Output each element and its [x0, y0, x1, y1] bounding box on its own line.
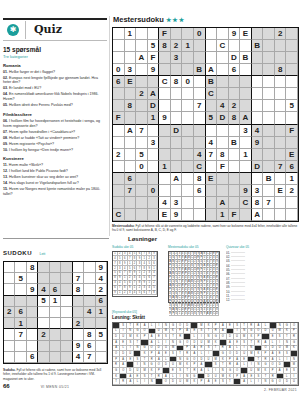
mester-cell-r6c14 [263, 88, 275, 100]
star-icon: ✱ [7, 24, 19, 36]
sudoku-cell-r6c7: 2 [73, 318, 84, 329]
mester-cell-r3c2 [125, 52, 137, 64]
sudoku-cell-r6c9 [96, 318, 107, 329]
quiz-question: 14. Hva slags kunst er Vigelandsparken f… [3, 181, 107, 186]
mester-cell-r8c13 [252, 112, 264, 124]
sudoku-cell-r9c6 [61, 352, 72, 363]
mester-cell-r1c2: 1 [125, 28, 137, 40]
mester-cell-r16c4 [148, 209, 160, 221]
sudoku-cell-r4c7 [73, 296, 84, 307]
mester-cell-r2c12 [240, 40, 252, 52]
quiz-section: ✱ Quiz 15 spørsmål Tre kategorier Romani… [3, 18, 107, 198]
mester-cell-r4c14 [263, 64, 275, 76]
quiz-question: 04. En rumenskfødt amerikaner fikk Nobel… [3, 92, 107, 102]
mester-cell-r7c2: 8 [125, 100, 137, 112]
mester-cell-r6c9: C [206, 88, 218, 100]
mester-cell-r15c13: 8 [252, 197, 264, 209]
mester-cell-r12c9 [206, 161, 218, 173]
mester-cell-r4c5 [159, 64, 171, 76]
mester-cell-r13c2: 6 [125, 173, 137, 185]
mester-cell-r4c6 [171, 64, 183, 76]
mester-cell-r9c13: 4 [252, 125, 264, 137]
mester-cell-r11c5 [159, 149, 171, 161]
mester-cell-r16c13: A [252, 209, 264, 221]
mester-cell-r7c5 [159, 100, 171, 112]
mester-cell-r16c15 [275, 209, 287, 221]
mester-cell-r7c9 [206, 100, 218, 112]
sudoku-cell-r5c3 [27, 307, 38, 318]
mester-cell-r4c8: B [194, 64, 206, 76]
sudoku-cell-r2c6 [61, 273, 72, 284]
sudoku-cell-r4c1 [4, 296, 15, 307]
mester-cell-r14c8: 6 [194, 185, 206, 197]
solution-quiz-header: Quizsvar uke 05 [226, 245, 298, 249]
mester-cell-r3c10 [217, 52, 229, 64]
mester-cell-r3c1 [113, 52, 125, 64]
mester-cell-r3c8 [194, 52, 206, 64]
mester-cell-r1c12: E [240, 28, 252, 40]
mester-cell-r11c1: 2 [113, 149, 125, 161]
page-number: 66 [3, 383, 10, 389]
mester-cell-r6c16 [286, 88, 298, 100]
mester-cell-r9c7 [182, 125, 194, 137]
mester-cell-r6c1 [113, 88, 125, 100]
sudoku-cell-r5c6 [61, 307, 72, 318]
sudoku-cell-r5c2: 6 [15, 307, 26, 318]
mester-cell-r13c8: 8 [194, 173, 206, 185]
mester-cell-r5c1: 6 [113, 76, 125, 88]
quiz-question: 13. Hvilken kunstner skar av seg deler a… [3, 175, 107, 180]
sudoku-cell-r2c2: 5 [15, 273, 26, 284]
sudoku-cell-r4c2 [15, 296, 26, 307]
mester-cell-r16c16 [286, 209, 298, 221]
mester-cell-r13c13 [252, 173, 264, 185]
sudoku-cell-r5c9: 1 [96, 307, 107, 318]
sudoku-cell-r6c4 [38, 318, 49, 329]
mester-cell-r15c15 [275, 197, 287, 209]
mester-cell-r14c6 [171, 185, 183, 197]
mester-cell-r12c15: 7 [275, 161, 287, 173]
mester-cell-r5c16 [286, 76, 298, 88]
sudoku-section: SUDOKU Lett 8957494682516264112728596647… [3, 238, 109, 381]
sudoku-cell-r7c8: 8 [84, 329, 95, 340]
mester-cell-r13c12 [240, 173, 252, 185]
mester-cell-r4c15: 8 [275, 64, 287, 76]
sudoku-cell-r4c8 [84, 296, 95, 307]
mester-cell-r16c12 [240, 209, 252, 221]
mester-cell-r9c14 [263, 125, 275, 137]
mester-cell-r3c4: F [148, 52, 160, 64]
mester-cell-r1c7 [182, 28, 194, 40]
mester-cell-r14c16: 2 [286, 185, 298, 197]
mester-cell-r3c16 [286, 52, 298, 64]
sudoku-cell-r4c5: 1 [50, 296, 61, 307]
sudoku-cell-r3c9: 2 [96, 284, 107, 295]
mester-cell-r5c7: 0 [182, 76, 194, 88]
mester-cell-r12c13: D [252, 161, 264, 173]
mester-cell-r14c3 [136, 185, 148, 197]
sudoku-cell-r7c6 [61, 329, 72, 340]
mester-cell-r9c9 [206, 125, 218, 137]
sudoku-cell-r4c9: 6 [96, 296, 107, 307]
mester-cell-r5c3 [136, 76, 148, 88]
mester-cell-r13c7 [182, 173, 194, 185]
sudoku-cell-r7c1 [4, 329, 15, 340]
sudoku-cell-r6c6 [61, 318, 72, 329]
mestersudoku-caption-text: Fyll ut feltene slik at de vannrette og … [112, 224, 297, 232]
mester-cell-r8c10: D [217, 112, 229, 124]
sudoku-cell-r8c1 [4, 341, 15, 352]
page-footer: 66 VI MENN 05/21 2. FEBRUAR 2021 [3, 383, 297, 393]
mester-cell-r15c4 [148, 197, 160, 209]
mester-cell-r5c12 [240, 76, 252, 88]
sudoku-cell-r5c4 [38, 307, 49, 318]
mester-cell-r2c6: 2 [171, 40, 183, 52]
mester-cell-r2c3 [136, 40, 148, 52]
sudoku-grid: 8957494682516264112728596647 [3, 261, 108, 364]
mester-cell-r1c1 [113, 28, 125, 40]
solution-minicell: 8 [152, 291, 157, 296]
mester-cell-r11c15 [275, 149, 287, 161]
mester-cell-r8c15 [275, 112, 287, 124]
mester-cell-r9c1 [113, 125, 125, 137]
sudoku-cell-r8c3 [27, 341, 38, 352]
mester-cell-r10c15 [275, 137, 287, 149]
mester-cell-r9c6: D [171, 125, 183, 137]
mester-cell-r12c8: C [194, 161, 206, 173]
mester-cell-r13c9: E [206, 173, 218, 185]
mester-cell-r13c16: 1 [286, 173, 298, 185]
mester-cell-r11c2 [125, 149, 137, 161]
mester-cell-r8c11: 8 [229, 112, 241, 124]
mester-cell-r11c8: 4 [194, 149, 206, 161]
mester-cell-r10c5 [159, 137, 171, 149]
quiz-question: 07. Hvem spilte hovedrollen i «Casablanc… [3, 130, 107, 135]
sudoku-title: SUDOKU [3, 250, 32, 256]
sudoku-cell-r6c2: 1 [15, 318, 26, 329]
sudoku-cell-r8c2 [15, 341, 26, 352]
mester-cell-r8c8 [194, 112, 206, 124]
sudoku-cell-r1c1 [4, 262, 15, 273]
mester-cell-r6c4: A [148, 88, 160, 100]
solutions-columns: Sudoku uke 05 12345678945678912378912345… [112, 245, 299, 307]
mester-cell-r2c5: 8 [159, 40, 171, 52]
quiz-question: 10. I hvilken by foregår «Den tredje man… [3, 148, 107, 153]
mester-cell-r15c2 [125, 197, 137, 209]
mester-cell-r7c6 [171, 100, 183, 112]
mester-cell-r3c12: B [240, 52, 252, 64]
mester-cell-r9c12: 3 [240, 125, 252, 137]
sudoku-cell-r9c7: 4 [73, 352, 84, 363]
sudoku-cell-r3c7: 8 [73, 284, 84, 295]
mester-cell-r5c10 [217, 76, 229, 88]
mester-cell-r7c4: D [148, 100, 160, 112]
mester-cell-r12c12 [240, 161, 252, 173]
mester-cell-r9c16: F [286, 125, 298, 137]
mester-cell-r14c15: E [275, 185, 287, 197]
solution-sudoku-column: Sudoku uke 05 12345678945678912378912345… [112, 245, 164, 297]
mester-cell-r16c10: 1 [217, 209, 229, 221]
mestersudoku-title-text: Mestersudoku [113, 15, 164, 24]
sudoku-cell-r5c5 [50, 307, 61, 318]
mester-cell-r5c9: B [206, 76, 218, 88]
sudoku-cell-r3c3: 9 [27, 284, 38, 295]
mester-cell-r11c7 [182, 149, 194, 161]
sudoku-cell-r6c3 [27, 318, 38, 329]
mester-cell-r6c6 [171, 88, 183, 100]
quiz-question: 01. Hvilke farger er det i flagget? [3, 70, 107, 75]
mester-cell-r6c12 [240, 88, 252, 100]
mester-cell-r9c11 [229, 125, 241, 137]
mester-cell-r2c4: 5 [148, 40, 160, 52]
sudoku-cell-r4c3 [27, 296, 38, 307]
mester-cell-r15c5: 4 [159, 197, 171, 209]
mester-cell-r12c16: 6 [286, 161, 298, 173]
solutions-title: Løsninger [128, 236, 299, 242]
mester-cell-r13c6: A [171, 173, 183, 185]
mester-cell-r3c14 [263, 52, 275, 64]
mester-cell-r9c2: A [125, 125, 137, 137]
mester-cell-r7c13 [252, 100, 264, 112]
sudoku-cell-r5c7 [73, 307, 84, 318]
mester-cell-r4c2: 3 [125, 64, 137, 76]
sudoku-cell-r1c6 [61, 262, 72, 273]
sudoku-cell-r6c5 [50, 318, 61, 329]
mester-cell-r2c13: B [252, 40, 264, 52]
mester-cell-r8c3 [136, 112, 148, 124]
sudoku-caption-lead: Sudoku. [3, 368, 16, 372]
mester-cell-r13c10 [217, 173, 229, 185]
mester-cell-r1c8: 0 [194, 28, 206, 40]
mester-cell-r2c9 [206, 40, 218, 52]
sudoku-cell-r8c8: 6 [84, 341, 95, 352]
solution-mester-column: Mestersudoku uke 05 0123456789ABCDEF5678… [168, 245, 222, 303]
mester-cell-r11c3: 5 [136, 149, 148, 161]
mester-cell-r14c7 [182, 185, 194, 197]
mester-cell-r15c8 [194, 197, 206, 209]
quiz-group-title: Kunstnere [3, 156, 107, 161]
mester-cell-r12c5: 1 [159, 161, 171, 173]
sudoku-caption: Sudoku. Fyll ut feltene slik at radene, … [3, 368, 107, 381]
sudoku-cell-r1c9: 9 [96, 262, 107, 273]
mester-cell-r2c1 [113, 40, 125, 52]
mester-cell-r10c2 [125, 137, 137, 149]
mester-cell-r11c13 [252, 149, 264, 161]
sudoku-cell-r9c8: 7 [84, 352, 95, 363]
mester-cell-r10c10 [217, 137, 229, 149]
mester-cell-r15c12: C [240, 197, 252, 209]
mester-cell-r12c1 [113, 161, 125, 173]
sudoku-cell-r7c5 [50, 329, 61, 340]
solution-sudoku-header: Sudoku uke 05 [112, 245, 164, 249]
crossword-solution-grid: STRALINGODMKPÅESTRALNGOLINGOUMKPÅESTRAIN… [112, 322, 299, 386]
mester-cell-r14c11 [229, 185, 241, 197]
mester-cell-r4c9: A [206, 64, 218, 76]
mester-cell-r6c10 [217, 88, 229, 100]
mester-cell-r4c10 [217, 64, 229, 76]
mester-cell-r15c1 [113, 197, 125, 209]
mester-cell-r4c3 [136, 64, 148, 76]
mester-cell-r9c8 [194, 125, 206, 137]
mester-cell-r4c7 [182, 64, 194, 76]
mester-cell-r3c11: D [229, 52, 241, 64]
mester-cell-r12c4 [148, 161, 160, 173]
mester-cell-r11c9: 7 [206, 149, 218, 161]
sudoku-cell-r4c4: 5 [38, 296, 49, 307]
mester-cell-r6c15 [275, 88, 287, 100]
mester-cell-r2c11 [229, 40, 241, 52]
mester-cell-r7c12 [240, 100, 252, 112]
mester-cell-r10c14 [263, 137, 275, 149]
mester-cell-r8c7 [182, 112, 194, 124]
mester-cell-r10c13: 9 [252, 137, 264, 149]
quiz-question: 03. Er landet med i EU? [3, 86, 107, 91]
mester-cell-r3c3: A [136, 52, 148, 64]
mester-cell-r7c8: 7 [194, 100, 206, 112]
solution-minicell: D [216, 312, 219, 316]
mester-cell-r15c10: A [217, 197, 229, 209]
mester-cell-r16c1: C [113, 209, 125, 221]
mester-cell-r15c6: 3 [171, 197, 183, 209]
mester-cell-r14c2: 7 [125, 185, 137, 197]
mester-cell-r7c10: 4 [217, 100, 229, 112]
mestersudoku-caption-lead: Mestersudoku: [112, 224, 135, 228]
mester-cell-r16c11: F [229, 209, 241, 221]
mester-cell-r8c12: A [240, 112, 252, 124]
mester-cell-r15c14: 7 [263, 197, 275, 209]
mester-cell-r6c2 [125, 88, 137, 100]
mester-cell-r5c13 [252, 76, 264, 88]
mester-cell-r3c6: 3 [171, 52, 183, 64]
sudoku-cell-r9c2 [15, 352, 26, 363]
mester-cell-r1c11: 9 [229, 28, 241, 40]
mester-cell-r1c10 [217, 28, 229, 40]
mester-cell-r5c6: 8 [171, 76, 183, 88]
solution-sudoku-minigrid: 1234567894567891237891234562345678915678… [112, 251, 158, 297]
mester-cell-r15c7 [182, 197, 194, 209]
sudoku-level: Lett [39, 252, 45, 256]
mester-cell-r10c8 [194, 137, 206, 149]
sudoku-cell-r6c8 [84, 318, 95, 329]
mester-cell-r16c14 [263, 209, 275, 221]
mester-cell-r13c14: B [263, 173, 275, 185]
sudoku-cell-r1c4 [38, 262, 49, 273]
mester-cell-r1c16 [286, 28, 298, 40]
mester-cell-r2c10: C [217, 40, 229, 52]
mester-cell-r4c11: 6 [229, 64, 241, 76]
sudoku-cell-r7c2: 7 [15, 329, 26, 340]
quiz-question-count: 15 spørsmål [3, 46, 107, 53]
sudoku-cell-r5c8: 4 [84, 307, 95, 318]
mester-cell-r10c4: 3 [148, 137, 160, 149]
mestersudoku-grid: 1F09E25821CBAF3DB039BA686EC80B2AC8D7425F… [112, 27, 299, 222]
mester-cell-r11c10: 8 [217, 149, 229, 161]
quiz-question: 15. Hvem var Norges mest kjente romantis… [3, 187, 107, 197]
mester-cell-r9c3: 7 [136, 125, 148, 137]
mester-cell-r2c16 [286, 40, 298, 52]
sudoku-caption-text: Fyll ut feltene slik at radene, samt hve… [3, 368, 101, 381]
quiz-question: 12. I hvilket land ble Pablo Picasso fød… [3, 169, 107, 174]
quiz-answer-lines: 01. ·············· 02. ·············· 03… [226, 251, 298, 303]
mester-cell-r4c4: 9 [148, 64, 160, 76]
mester-cell-r13c3 [136, 173, 148, 185]
solution-mester-header: Mestersudoku uke 05 [168, 245, 222, 249]
sudoku-cell-r2c1 [4, 273, 15, 284]
quiz-question: 09. Hvem regisserte «Psycho»? [3, 142, 107, 147]
sudoku-cell-r8c9 [96, 341, 107, 352]
mester-cell-r6c7 [182, 88, 194, 100]
mester-cell-r2c14 [263, 40, 275, 52]
mester-cell-r15c9 [206, 197, 218, 209]
mester-cell-r14c1 [113, 185, 125, 197]
sudoku-cell-r2c3 [27, 273, 38, 284]
mester-cell-r8c2 [125, 112, 137, 124]
crossword-solution-label: Løsning: Skrått [112, 315, 299, 320]
mester-cell-r2c15 [275, 40, 287, 52]
mester-cell-r8c14 [263, 112, 275, 124]
mester-cell-r4c12 [240, 64, 252, 76]
issue-date: 2. FEBRUAR 2021 [264, 388, 297, 392]
mester-cell-r9c10 [217, 125, 229, 137]
sudoku-cell-r9c9 [96, 352, 107, 363]
mester-cell-r6c5 [159, 88, 171, 100]
sudoku-cell-r7c7 [73, 329, 84, 340]
mester-cell-r1c3 [136, 28, 148, 40]
mester-cell-r4c13 [252, 64, 264, 76]
mester-cell-r14c4: 0 [148, 185, 160, 197]
sudoku-cell-r5c1: 2 [4, 307, 15, 318]
mester-cell-r12c6 [171, 161, 183, 173]
mester-cell-r7c15 [275, 100, 287, 112]
mester-cell-r1c9 [206, 28, 218, 40]
sudoku-cell-r2c4 [38, 273, 49, 284]
mester-cell-r15c16 [286, 197, 298, 209]
mester-cell-r10c1 [113, 137, 125, 149]
solution-quiz-column: Quizsvar uke 05 01. ·············· 02. ·… [226, 245, 298, 303]
mester-cell-r3c5 [159, 52, 171, 64]
mester-cell-r1c4 [148, 28, 160, 40]
quiz-question: 08. Hvilket år hadde «Tatt av vinden» pr… [3, 136, 107, 141]
mester-cell-r14c9 [206, 185, 218, 197]
mester-cell-r11c4 [148, 149, 160, 161]
mester-cell-r5c8 [194, 76, 206, 88]
mester-cell-r10c3 [136, 137, 148, 149]
sudoku-cell-r7c3 [27, 329, 38, 340]
mester-cell-r5c4 [148, 76, 160, 88]
mester-cell-r16c7 [182, 209, 194, 221]
mester-cell-r13c1 [113, 173, 125, 185]
mester-cell-r6c11 [229, 88, 241, 100]
mester-cell-r6c8 [194, 88, 206, 100]
quiz-title: Quiz [25, 21, 62, 39]
solution-mester-minigrid: 0123456789ABCDEF56789ABCDEF01234ABCDEF01… [168, 251, 220, 303]
mester-cell-r14c12: 9 [240, 185, 252, 197]
mester-cell-r7c14 [263, 100, 275, 112]
mester-cell-r1c15: 2 [275, 28, 287, 40]
mester-cell-r12c7 [182, 161, 194, 173]
sudoku-cell-r1c8 [84, 262, 95, 273]
sudoku-cell-r9c4 [38, 352, 49, 363]
mester-cell-r12c14 [263, 161, 275, 173]
mester-cell-r8c6 [171, 112, 183, 124]
mester-cell-r13c15 [275, 173, 287, 185]
quiz-question: 11. Hvem malte «Skrik»? [3, 163, 107, 168]
sudoku-cell-r1c7 [73, 262, 84, 273]
sudoku-cell-r4c6 [61, 296, 72, 307]
mester-cell-r5c15 [275, 76, 287, 88]
sudoku-cell-r8c4 [38, 341, 49, 352]
mester-cell-r10c9: 4 [206, 137, 218, 149]
